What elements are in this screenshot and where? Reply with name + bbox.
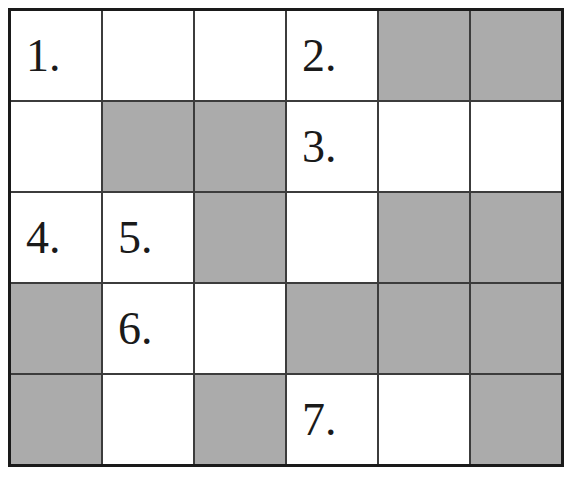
answer-cell-r1c3[interactable]: 3. (287, 102, 377, 191)
blocked-cell-r3c0 (11, 284, 101, 373)
blocked-cell-r3c4 (379, 284, 469, 373)
answer-cell-r4c3[interactable]: 7. (287, 375, 377, 464)
blocked-cell-r2c4 (379, 193, 469, 282)
answer-cell-r1c0[interactable] (11, 102, 101, 191)
blocked-cell-r3c5 (471, 284, 561, 373)
answer-cell-r0c2[interactable] (195, 11, 285, 100)
blocked-cell-r4c2 (195, 375, 285, 464)
answer-cell-r2c1[interactable]: 5. (103, 193, 193, 282)
answer-cell-r2c3[interactable] (287, 193, 377, 282)
blocked-cell-r3c3 (287, 284, 377, 373)
answer-cell-r2c0[interactable]: 4. (11, 193, 101, 282)
blocked-cell-r0c5 (471, 11, 561, 100)
answer-cell-r0c3[interactable]: 2. (287, 11, 377, 100)
clue-number: 4. (11, 215, 61, 261)
answer-cell-r3c1[interactable]: 6. (103, 284, 193, 373)
blocked-cell-r1c2 (195, 102, 285, 191)
blocked-cell-r4c0 (11, 375, 101, 464)
clue-number: 5. (103, 215, 153, 261)
clue-number: 1. (11, 33, 61, 79)
answer-cell-r0c1[interactable] (103, 11, 193, 100)
blocked-cell-r2c2 (195, 193, 285, 282)
answer-cell-r3c2[interactable] (195, 284, 285, 373)
answer-cell-r4c1[interactable] (103, 375, 193, 464)
answer-cell-r1c5[interactable] (471, 102, 561, 191)
clue-number: 3. (287, 124, 337, 170)
crossword-grid: 1.2.3.4.5.6.7. (8, 8, 564, 467)
crossword-page: 1.2.3.4.5.6.7. (0, 0, 572, 478)
clue-number: 7. (287, 397, 337, 443)
answer-cell-r0c0[interactable]: 1. (11, 11, 101, 100)
blocked-cell-r0c4 (379, 11, 469, 100)
blocked-cell-r4c5 (471, 375, 561, 464)
clue-number: 6. (103, 306, 153, 352)
blocked-cell-r1c1 (103, 102, 193, 191)
blocked-cell-r2c5 (471, 193, 561, 282)
answer-cell-r1c4[interactable] (379, 102, 469, 191)
clue-number: 2. (287, 33, 337, 79)
answer-cell-r4c4[interactable] (379, 375, 469, 464)
